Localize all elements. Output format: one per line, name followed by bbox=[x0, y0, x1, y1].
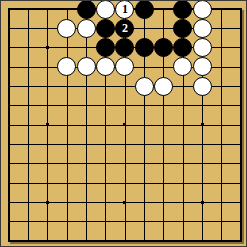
intersection[interactable] bbox=[77, 231, 96, 247]
intersection[interactable] bbox=[0, 212, 19, 231]
intersection[interactable] bbox=[0, 193, 19, 212]
white-stone bbox=[193, 0, 212, 19]
intersection[interactable] bbox=[135, 212, 154, 231]
white-stone: 1 bbox=[115, 0, 134, 19]
intersection[interactable] bbox=[193, 193, 212, 212]
star-point bbox=[201, 123, 204, 126]
intersection[interactable] bbox=[57, 96, 76, 115]
black-stone bbox=[96, 38, 115, 57]
intersection[interactable] bbox=[57, 115, 76, 134]
intersection[interactable] bbox=[57, 173, 76, 192]
white-stone bbox=[96, 0, 115, 19]
intersection[interactable] bbox=[173, 154, 192, 173]
intersection[interactable] bbox=[135, 231, 154, 247]
intersection[interactable] bbox=[154, 212, 173, 231]
intersection[interactable] bbox=[115, 38, 134, 57]
black-stone bbox=[173, 38, 192, 57]
intersection[interactable] bbox=[173, 57, 192, 76]
intersection[interactable] bbox=[231, 173, 247, 192]
intersection[interactable] bbox=[57, 212, 76, 231]
intersection[interactable] bbox=[19, 57, 38, 76]
white-stone bbox=[115, 57, 134, 76]
star-point bbox=[46, 123, 49, 126]
intersection[interactable] bbox=[19, 0, 38, 19]
intersection[interactable] bbox=[154, 193, 173, 212]
intersection[interactable] bbox=[135, 19, 154, 38]
intersection[interactable] bbox=[38, 231, 57, 247]
intersection[interactable] bbox=[154, 96, 173, 115]
intersection[interactable] bbox=[135, 173, 154, 192]
white-stone bbox=[193, 77, 212, 96]
intersection[interactable] bbox=[77, 96, 96, 115]
intersection[interactable] bbox=[231, 96, 247, 115]
intersection[interactable] bbox=[231, 154, 247, 173]
white-stone bbox=[57, 19, 76, 38]
intersection[interactable] bbox=[212, 19, 231, 38]
intersection[interactable] bbox=[154, 38, 173, 57]
intersection[interactable] bbox=[231, 231, 247, 247]
intersection[interactable] bbox=[115, 77, 134, 96]
intersection[interactable] bbox=[212, 193, 231, 212]
intersection[interactable] bbox=[38, 173, 57, 192]
intersection[interactable] bbox=[38, 38, 57, 57]
intersection[interactable] bbox=[19, 173, 38, 192]
intersection[interactable]: 2 bbox=[115, 19, 134, 38]
intersection[interactable] bbox=[154, 57, 173, 76]
intersection[interactable] bbox=[193, 0, 212, 19]
intersection[interactable] bbox=[212, 57, 231, 76]
black-stone bbox=[135, 0, 154, 19]
intersection[interactable] bbox=[0, 154, 19, 173]
go-board: 12 bbox=[0, 0, 247, 247]
intersection[interactable] bbox=[38, 154, 57, 173]
intersection[interactable] bbox=[38, 77, 57, 96]
intersection[interactable] bbox=[135, 57, 154, 76]
intersection[interactable] bbox=[38, 57, 57, 76]
intersection[interactable] bbox=[173, 77, 192, 96]
white-stone bbox=[77, 19, 96, 38]
white-stone bbox=[193, 19, 212, 38]
intersection[interactable] bbox=[38, 212, 57, 231]
intersection[interactable] bbox=[193, 212, 212, 231]
black-stone: 2 bbox=[115, 19, 134, 38]
white-stone bbox=[77, 57, 96, 76]
intersection[interactable] bbox=[231, 0, 247, 19]
intersection[interactable] bbox=[212, 77, 231, 96]
intersection[interactable] bbox=[19, 96, 38, 115]
intersection[interactable] bbox=[135, 154, 154, 173]
star-point bbox=[123, 201, 126, 204]
intersection[interactable] bbox=[38, 135, 57, 154]
intersection[interactable] bbox=[0, 57, 19, 76]
intersection[interactable] bbox=[0, 173, 19, 192]
intersection[interactable] bbox=[19, 77, 38, 96]
white-stone bbox=[154, 77, 173, 96]
intersection[interactable] bbox=[115, 135, 134, 154]
intersection[interactable] bbox=[38, 96, 57, 115]
white-stone bbox=[57, 57, 76, 76]
intersection[interactable] bbox=[193, 19, 212, 38]
intersection[interactable] bbox=[212, 135, 231, 154]
intersection[interactable] bbox=[154, 77, 173, 96]
black-stone bbox=[96, 19, 115, 38]
intersection[interactable] bbox=[173, 193, 192, 212]
intersection[interactable] bbox=[231, 19, 247, 38]
star-point bbox=[46, 201, 49, 204]
intersection[interactable] bbox=[231, 212, 247, 231]
intersection[interactable] bbox=[57, 0, 76, 19]
intersection[interactable] bbox=[0, 96, 19, 115]
star-point bbox=[123, 123, 126, 126]
intersection[interactable] bbox=[0, 231, 19, 247]
intersection[interactable] bbox=[173, 19, 192, 38]
intersection[interactable] bbox=[231, 193, 247, 212]
intersection[interactable] bbox=[57, 135, 76, 154]
white-stone bbox=[193, 57, 212, 76]
intersection[interactable] bbox=[212, 212, 231, 231]
intersection[interactable] bbox=[212, 96, 231, 115]
intersection[interactable] bbox=[115, 231, 134, 247]
intersection[interactable]: 1 bbox=[115, 0, 134, 19]
intersection[interactable] bbox=[135, 77, 154, 96]
intersection[interactable] bbox=[193, 115, 212, 134]
intersection[interactable] bbox=[154, 173, 173, 192]
intersection[interactable] bbox=[193, 173, 212, 192]
intersection[interactable] bbox=[115, 115, 134, 134]
black-stone bbox=[154, 38, 173, 57]
intersection[interactable] bbox=[193, 154, 212, 173]
intersection[interactable] bbox=[193, 96, 212, 115]
intersection[interactable] bbox=[173, 212, 192, 231]
black-stone bbox=[173, 0, 192, 19]
intersection[interactable] bbox=[19, 193, 38, 212]
intersection[interactable] bbox=[96, 115, 115, 134]
intersection[interactable] bbox=[193, 38, 212, 57]
intersection[interactable] bbox=[77, 193, 96, 212]
intersection[interactable] bbox=[231, 115, 247, 134]
intersection[interactable] bbox=[19, 38, 38, 57]
intersection[interactable] bbox=[115, 193, 134, 212]
intersection[interactable] bbox=[212, 154, 231, 173]
intersection[interactable] bbox=[77, 212, 96, 231]
intersection[interactable] bbox=[77, 38, 96, 57]
intersection[interactable] bbox=[193, 231, 212, 247]
intersection[interactable] bbox=[96, 231, 115, 247]
intersection[interactable] bbox=[77, 154, 96, 173]
intersection[interactable] bbox=[57, 193, 76, 212]
intersection[interactable] bbox=[231, 135, 247, 154]
intersection[interactable] bbox=[173, 173, 192, 192]
intersection[interactable] bbox=[0, 77, 19, 96]
intersection[interactable] bbox=[173, 135, 192, 154]
white-stone bbox=[173, 57, 192, 76]
intersection[interactable] bbox=[0, 38, 19, 57]
intersection[interactable] bbox=[0, 0, 19, 19]
intersection[interactable] bbox=[77, 57, 96, 76]
intersection[interactable] bbox=[19, 212, 38, 231]
intersection[interactable] bbox=[193, 77, 212, 96]
move-number: 2 bbox=[122, 22, 128, 34]
intersection[interactable] bbox=[96, 57, 115, 76]
intersection[interactable] bbox=[19, 154, 38, 173]
intersection[interactable] bbox=[96, 77, 115, 96]
intersection[interactable] bbox=[212, 231, 231, 247]
intersection[interactable] bbox=[231, 77, 247, 96]
intersection[interactable] bbox=[115, 154, 134, 173]
intersection[interactable] bbox=[212, 173, 231, 192]
intersection[interactable] bbox=[96, 135, 115, 154]
intersection[interactable] bbox=[115, 212, 134, 231]
intersection[interactable] bbox=[212, 38, 231, 57]
intersection[interactable] bbox=[154, 231, 173, 247]
intersection[interactable] bbox=[19, 135, 38, 154]
intersection[interactable] bbox=[193, 57, 212, 76]
white-stone bbox=[135, 77, 154, 96]
intersection[interactable] bbox=[173, 0, 192, 19]
black-stone bbox=[115, 38, 134, 57]
intersection[interactable] bbox=[173, 38, 192, 57]
intersection[interactable] bbox=[173, 231, 192, 247]
intersection[interactable] bbox=[212, 115, 231, 134]
intersection[interactable] bbox=[77, 115, 96, 134]
star-point bbox=[201, 201, 204, 204]
intersection[interactable] bbox=[154, 0, 173, 19]
intersection[interactable] bbox=[173, 115, 192, 134]
intersection[interactable] bbox=[96, 193, 115, 212]
intersection[interactable] bbox=[38, 193, 57, 212]
intersection[interactable] bbox=[0, 115, 19, 134]
intersection[interactable] bbox=[19, 19, 38, 38]
intersection[interactable] bbox=[154, 19, 173, 38]
intersection[interactable] bbox=[135, 0, 154, 19]
intersection[interactable] bbox=[96, 19, 115, 38]
intersection[interactable] bbox=[96, 0, 115, 19]
intersection[interactable] bbox=[154, 135, 173, 154]
intersection[interactable] bbox=[135, 38, 154, 57]
black-stone bbox=[77, 0, 96, 19]
intersection[interactable] bbox=[135, 135, 154, 154]
white-stone bbox=[96, 57, 115, 76]
intersection[interactable] bbox=[77, 0, 96, 19]
intersection[interactable] bbox=[154, 154, 173, 173]
intersection[interactable] bbox=[0, 135, 19, 154]
black-stone bbox=[135, 38, 154, 57]
intersection[interactable] bbox=[193, 135, 212, 154]
intersection[interactable] bbox=[38, 115, 57, 134]
intersection[interactable] bbox=[0, 19, 19, 38]
intersection[interactable] bbox=[96, 212, 115, 231]
intersection[interactable] bbox=[57, 154, 76, 173]
intersection[interactable] bbox=[38, 0, 57, 19]
intersection[interactable] bbox=[231, 57, 247, 76]
intersection[interactable] bbox=[173, 96, 192, 115]
intersection[interactable] bbox=[154, 115, 173, 134]
board-frame: 12 bbox=[0, 0, 247, 247]
intersection[interactable] bbox=[231, 38, 247, 57]
intersection[interactable] bbox=[96, 173, 115, 192]
intersection[interactable] bbox=[77, 77, 96, 96]
intersection[interactable] bbox=[57, 77, 76, 96]
intersection[interactable] bbox=[212, 0, 231, 19]
intersection[interactable] bbox=[57, 231, 76, 247]
intersection[interactable] bbox=[135, 96, 154, 115]
intersection[interactable] bbox=[19, 231, 38, 247]
intersection[interactable] bbox=[57, 57, 76, 76]
white-stone bbox=[193, 38, 212, 57]
intersection[interactable] bbox=[77, 19, 96, 38]
intersection[interactable] bbox=[96, 96, 115, 115]
intersection[interactable] bbox=[115, 96, 134, 115]
intersection[interactable] bbox=[115, 57, 134, 76]
intersection[interactable] bbox=[77, 135, 96, 154]
intersection[interactable] bbox=[96, 154, 115, 173]
intersection[interactable] bbox=[77, 173, 96, 192]
intersection[interactable] bbox=[115, 173, 134, 192]
intersection[interactable] bbox=[135, 193, 154, 212]
star-point bbox=[46, 46, 49, 49]
intersection[interactable] bbox=[96, 38, 115, 57]
intersection[interactable] bbox=[19, 115, 38, 134]
intersection[interactable] bbox=[57, 38, 76, 57]
move-number: 1 bbox=[122, 3, 128, 15]
intersection[interactable] bbox=[38, 19, 57, 38]
intersection[interactable] bbox=[135, 115, 154, 134]
intersection[interactable] bbox=[57, 19, 76, 38]
black-stone bbox=[173, 19, 192, 38]
